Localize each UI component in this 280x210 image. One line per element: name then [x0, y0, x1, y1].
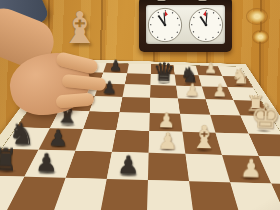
white-pawn-f2: ♟ [212, 82, 228, 99]
square-g4: ♛ [151, 74, 177, 86]
black-queen-g4: ♛ [152, 59, 175, 85]
chess-board-area: ♜♟♟♛♞♞♚♟♟♟♜♝♟♚♞♟♟♝♜♟♟♟ [0, 0, 280, 210]
square-f3: ♟ [176, 86, 205, 100]
square-g5 [125, 73, 151, 85]
square-c6 [75, 129, 116, 152]
board-squares: ♜♟♟♛♞♞♚♟♟♟♜♝♟♚♞♟♟♝♜♟♟♟ [0, 62, 280, 210]
white-pawn-c4: ♟ [157, 130, 178, 153]
square-f5 [122, 84, 150, 98]
square-b5: ♟ [107, 152, 149, 180]
square-f6: ♟ [95, 84, 125, 97]
white-bishop-c3: ♝ [189, 122, 218, 154]
white-knight-g1: ♞ [231, 66, 250, 87]
square-f4 [150, 85, 178, 99]
black-pawn-b7: ♟ [34, 151, 57, 177]
black-king-f8: ♚ [41, 66, 67, 95]
white-pawn-h2: ♟ [204, 60, 217, 75]
square-e5 [120, 97, 151, 113]
black-pawn-c7: ♟ [47, 127, 68, 150]
black-pawn-h6: ♟ [109, 58, 122, 73]
square-b6 [66, 151, 112, 179]
square-c4: ♟ [149, 131, 186, 154]
square-b4 [148, 153, 189, 181]
square-b8: ♜ [0, 149, 39, 177]
square-d5 [116, 112, 150, 131]
white-king-d1: ♚ [250, 99, 280, 134]
square-a4 [147, 180, 194, 210]
board-frame: ♜♟♟♛♞♞♚♟♟♟♜♝♟♚♞♟♟♝♜♟♟♟ [0, 59, 280, 210]
square-a5 [100, 179, 148, 210]
black-pawn-f6: ♟ [101, 79, 117, 96]
square-b3 [185, 154, 230, 182]
board-perspective: ♜♟♟♛♞♞♚♟♟♟♜♝♟♚♞♟♟♝♜♟♟♟ [0, 59, 280, 210]
chess-game-photo: ♜♟♟♛♞♞♚♟♟♟♜♝♟♚♞♟♟♝♜♟♟♟ ♝ [0, 0, 280, 210]
white-pawn-b2: ♟ [239, 156, 262, 182]
square-d6 [83, 111, 120, 130]
white-pawn-f3: ♟ [184, 81, 200, 98]
square-e3 [178, 99, 210, 115]
square-f8: ♚ [39, 82, 73, 95]
square-e6 [89, 96, 122, 112]
square-c3: ♝ [182, 132, 222, 155]
square-d1: ♚ [240, 115, 280, 134]
black-pawn-b5: ♟ [116, 153, 139, 179]
black-rook-b8: ♜ [0, 144, 19, 175]
